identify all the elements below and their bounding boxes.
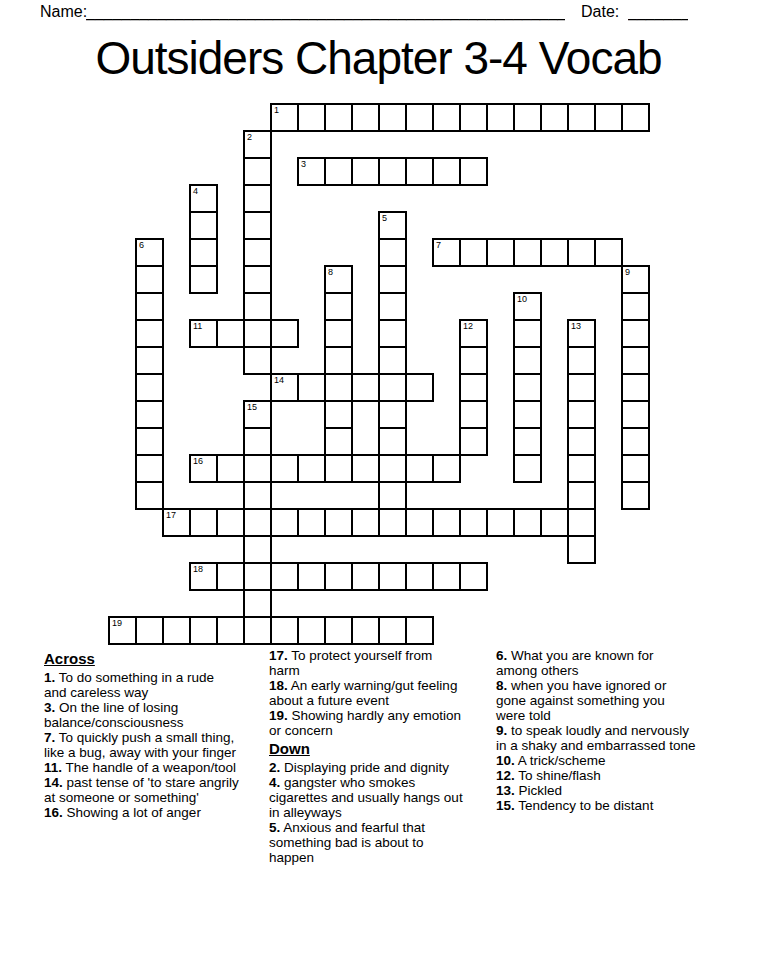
grid-cell[interactable] [378,508,407,537]
grid-cell[interactable] [216,319,245,348]
clue-number: 9. [496,723,507,738]
grid-cell[interactable] [162,616,191,645]
grid-cell[interactable] [540,508,569,537]
grid-cell[interactable] [405,157,434,186]
grid-cell[interactable] [189,508,218,537]
grid-cell[interactable] [432,562,461,591]
grid-cell[interactable]: 13 [567,319,596,348]
cell-number-label: 4 [193,186,198,196]
grid-cell[interactable] [135,265,164,294]
grid-cell[interactable] [486,103,515,132]
clue-item: 5. Anxious and fearful that something ba… [269,820,464,865]
grid-cell[interactable] [459,346,488,375]
clue-item: 9. to speak loudly and nervously in a sh… [496,723,696,753]
grid-cell[interactable] [459,373,488,402]
grid-cell[interactable]: 16 [189,454,218,483]
cell-number-label: 17 [166,510,176,520]
grid-cell[interactable] [243,454,272,483]
clue-item: 15. Tendency to be distant [496,798,696,813]
clue-item: 3. On the line of losing balance/conscio… [44,700,240,730]
grid-cell[interactable] [378,481,407,510]
grid-cell[interactable] [243,184,272,213]
clue-number: 5. [269,820,280,835]
clue-number: 15. [496,798,515,813]
grid-cell[interactable] [432,508,461,537]
grid-cell[interactable] [459,103,488,132]
cell-number-label: 11 [193,321,202,331]
clue-number: 18. [269,678,288,693]
grid-cell[interactable] [243,616,272,645]
clue-number: 3. [44,700,55,715]
grid-cell[interactable] [459,427,488,456]
clue-column-left: Across1. To do something in a rude and c… [44,648,240,820]
grid-cell[interactable] [324,373,353,402]
grid-cell[interactable] [324,346,353,375]
cell-number-label: 5 [382,213,387,223]
grid-cell[interactable] [243,292,272,321]
grid-cell[interactable] [216,508,245,537]
grid-cell[interactable]: 3 [297,157,326,186]
grid-cell[interactable]: 1 [270,103,299,132]
grid-cell[interactable] [270,562,299,591]
grid-cell[interactable] [594,103,623,132]
grid-cell[interactable] [621,427,650,456]
grid-cell[interactable] [621,400,650,429]
grid-cell[interactable] [567,508,596,537]
grid-cell[interactable]: 4 [189,184,218,213]
grid-cell[interactable] [378,373,407,402]
clue-column-right: 6. What you are known for among others8.… [496,648,696,813]
grid-cell[interactable] [378,616,407,645]
grid-cell[interactable] [270,616,299,645]
cell-number-label: 13 [571,321,581,331]
clue-number: 8. [496,678,507,693]
grid-cell[interactable] [567,454,596,483]
grid-cell[interactable] [189,238,218,267]
grid-cell[interactable]: 5 [378,211,407,240]
grid-cell[interactable] [243,535,272,564]
grid-cell[interactable] [189,616,218,645]
grid-cell[interactable] [459,562,488,591]
grid-cell[interactable] [243,562,272,591]
grid-cell[interactable] [405,103,434,132]
grid-cell[interactable] [135,616,164,645]
grid-cell[interactable]: 7 [432,238,461,267]
grid-cell[interactable]: 14 [270,373,299,402]
cell-number-label: 8 [328,267,333,277]
grid-cell[interactable] [459,238,488,267]
grid-cell[interactable] [135,481,164,510]
across-clues-header: Across [44,650,240,667]
name-label: Name: [40,3,87,21]
grid-cell[interactable] [216,562,245,591]
cell-number-label: 12 [463,321,473,331]
grid-cell[interactable] [378,157,407,186]
grid-cell[interactable] [378,427,407,456]
grid-cell[interactable] [513,454,542,483]
grid-cell[interactable] [324,157,353,186]
grid-cell[interactable] [297,562,326,591]
grid-cell[interactable]: 12 [459,319,488,348]
cell-number-label: 6 [139,240,144,250]
crossword-grid: 12345678910111213141516171819 [108,103,650,645]
grid-cell[interactable] [378,562,407,591]
grid-cell[interactable] [135,319,164,348]
grid-cell[interactable] [378,400,407,429]
grid-cell[interactable] [621,292,650,321]
grid-cell[interactable] [243,157,272,186]
grid-cell[interactable] [324,616,353,645]
clue-item: 19. Showing hardly any emotion or concer… [269,708,464,738]
grid-cell[interactable]: 8 [324,265,353,294]
grid-cell[interactable] [567,481,596,510]
grid-cell[interactable] [324,454,353,483]
date-blank-line: __________ [628,3,688,21]
grid-cell[interactable] [297,103,326,132]
grid-cell[interactable] [432,157,461,186]
clue-item: 1. To do something in a rude and careles… [44,670,240,700]
grid-cell[interactable] [513,238,542,267]
grid-cell[interactable] [135,427,164,456]
grid-cell[interactable] [432,103,461,132]
grid-cell[interactable] [243,211,272,240]
page-title: Outsiders Chapter 3-4 Vocab [0,32,757,84]
clue-number: 6. [496,648,507,663]
cell-number-label: 9 [625,267,630,277]
grid-cell[interactable] [378,238,407,267]
grid-cell[interactable] [270,508,299,537]
clue-item: 10. A trick/scheme [496,753,696,768]
grid-cell[interactable] [351,103,380,132]
grid-cell[interactable] [405,508,434,537]
clue-item: 18. An early warning/gut feeling about a… [269,678,464,708]
clue-number: 14. [44,775,63,790]
grid-cell[interactable]: 10 [513,292,542,321]
grid-cell[interactable] [621,103,650,132]
grid-cell[interactable] [324,400,353,429]
grid-cell[interactable] [567,238,596,267]
grid-cell[interactable] [324,103,353,132]
grid-cell[interactable] [567,373,596,402]
grid-cell[interactable] [324,292,353,321]
grid-cell[interactable]: 15 [243,400,272,429]
cell-number-label: 18 [193,564,203,574]
grid-cell[interactable] [513,400,542,429]
grid-cell[interactable] [243,238,272,267]
grid-cell[interactable] [324,562,353,591]
clue-number: 7. [44,730,55,745]
clue-number: 10. [496,753,515,768]
grid-cell[interactable]: 2 [243,130,272,159]
grid-cell[interactable] [405,373,434,402]
grid-cell[interactable] [243,481,272,510]
grid-cell[interactable] [486,238,515,267]
grid-cell[interactable] [297,454,326,483]
grid-cell[interactable] [621,373,650,402]
grid-cell[interactable] [297,373,326,402]
grid-cell[interactable] [189,265,218,294]
cell-number-label: 15 [247,402,257,412]
grid-cell[interactable] [351,616,380,645]
clue-item: 4. gangster who smokes cigarettes and us… [269,775,464,820]
cell-number-label: 14 [274,375,284,385]
grid-cell[interactable] [432,454,461,483]
grid-cell[interactable] [540,238,569,267]
grid-cell[interactable]: 19 [108,616,137,645]
grid-cell[interactable] [567,103,596,132]
worksheet-header: Name: __________________________________… [40,3,730,23]
clue-item: 6. What you are known for among others [496,648,696,678]
grid-cell[interactable] [405,454,434,483]
grid-cell[interactable] [297,508,326,537]
grid-cell[interactable] [297,616,326,645]
clue-item: 2. Displaying pride and dignity [269,760,464,775]
clue-number: 16. [44,805,63,820]
grid-cell[interactable] [405,616,434,645]
date-label: Date: [581,3,619,21]
grid-cell[interactable]: 9 [621,265,650,294]
grid-cell[interactable] [324,427,353,456]
grid-cell[interactable] [243,589,272,618]
grid-cell[interactable] [135,292,164,321]
grid-cell[interactable] [243,508,272,537]
clue-item: 16. Showing a lot of anger [44,805,240,820]
cell-number-label: 1 [274,105,279,115]
grid-cell[interactable] [459,157,488,186]
cell-number-label: 3 [301,159,306,169]
grid-cell[interactable] [513,427,542,456]
down-clues-header: Down [269,740,464,757]
grid-cell[interactable] [540,103,569,132]
grid-cell[interactable]: 11 [189,319,218,348]
grid-cell[interactable] [459,508,488,537]
clue-item: 17. To protect yourself from harm [269,648,464,678]
grid-cell[interactable] [135,454,164,483]
grid-cell[interactable] [567,535,596,564]
cell-number-label: 10 [517,294,527,304]
grid-cell[interactable] [567,400,596,429]
grid-cell[interactable]: 6 [135,238,164,267]
grid-cell[interactable] [621,454,650,483]
grid-cell[interactable] [567,346,596,375]
grid-cell[interactable] [351,454,380,483]
grid-cell[interactable] [594,238,623,267]
grid-cell[interactable] [243,319,272,348]
grid-cell[interactable] [243,346,272,375]
grid-cell[interactable] [513,373,542,402]
clue-item: 7. To quickly push a small thing, like a… [44,730,240,760]
grid-cell[interactable] [351,157,380,186]
clue-item: 8. when you have ignored or gone against… [496,678,696,723]
grid-cell[interactable] [567,427,596,456]
grid-cell[interactable] [270,319,299,348]
grid-cell[interactable] [513,319,542,348]
clue-number: 17. [269,648,288,663]
grid-cell[interactable] [189,211,218,240]
grid-cell[interactable] [378,346,407,375]
grid-cell[interactable] [513,508,542,537]
clue-number: 4. [269,775,280,790]
clue-number: 19. [269,708,288,723]
grid-cell[interactable] [216,454,245,483]
grid-cell[interactable] [135,346,164,375]
grid-cell[interactable] [378,319,407,348]
grid-cell[interactable] [324,319,353,348]
grid-cell[interactable]: 17 [162,508,191,537]
grid-cell[interactable] [351,373,380,402]
grid-cell[interactable] [351,508,380,537]
clue-number: 13. [496,783,515,798]
clue-item: 14. past tense of 'to stare angrily at s… [44,775,240,805]
grid-cell[interactable] [216,616,245,645]
grid-cell[interactable] [270,454,299,483]
grid-cell[interactable] [621,346,650,375]
grid-cell[interactable] [324,508,353,537]
grid-cell[interactable] [378,265,407,294]
grid-cell[interactable] [351,562,380,591]
grid-cell[interactable] [378,103,407,132]
cell-number-label: 16 [193,456,203,466]
clue-item: 12. To shine/flash [496,768,696,783]
grid-cell[interactable] [378,454,407,483]
grid-cell[interactable] [135,400,164,429]
grid-cell[interactable] [513,103,542,132]
grid-cell[interactable] [486,508,515,537]
grid-cell[interactable]: 18 [189,562,218,591]
name-blank-line: ________________________________________… [86,3,565,21]
cell-number-label: 19 [112,618,122,628]
cell-number-label: 7 [436,240,441,250]
grid-cell[interactable] [621,481,650,510]
grid-cell[interactable] [459,400,488,429]
clue-number: 12. [496,768,515,783]
grid-cell[interactable] [378,292,407,321]
clue-item: 13. Pickled [496,783,696,798]
clue-number: 1. [44,670,55,685]
grid-cell[interactable] [513,346,542,375]
cell-number-label: 2 [247,132,252,142]
clue-column-middle: 17. To protect yourself from harm18. An … [269,648,464,865]
clue-number: 2. [269,760,280,775]
grid-cell[interactable] [405,562,434,591]
grid-cell[interactable] [135,373,164,402]
clue-number: 11. [44,760,62,775]
grid-cell[interactable] [243,427,272,456]
grid-cell[interactable] [243,265,272,294]
grid-cell[interactable] [621,319,650,348]
clue-item: 11. The handle of a weapon/tool [44,760,240,775]
